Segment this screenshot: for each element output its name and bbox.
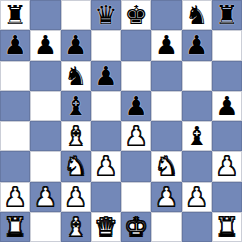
square-g5[interactable] (182, 91, 212, 121)
square-h7[interactable] (212, 30, 242, 60)
piece-black-pawn: ♟ (155, 32, 178, 58)
piece-white-bishop: ♝ (64, 214, 87, 240)
square-b6[interactable] (30, 61, 60, 91)
piece-black-pawn: ♟ (64, 32, 87, 58)
square-a3[interactable] (0, 151, 30, 181)
piece-black-queen: ♛ (94, 2, 117, 28)
piece-white-king: ♚ (124, 214, 147, 240)
square-h8[interactable]: ♜ (212, 0, 242, 30)
square-e5[interactable]: ♟ (121, 91, 151, 121)
square-e2[interactable] (121, 182, 151, 212)
square-g8[interactable]: ♞ (182, 0, 212, 30)
square-h3[interactable]: ♟ (212, 151, 242, 181)
square-b1[interactable] (30, 212, 60, 242)
square-g1[interactable] (182, 212, 212, 242)
square-f3[interactable]: ♞ (151, 151, 181, 181)
piece-white-pawn: ♟ (155, 184, 178, 210)
square-g6[interactable] (182, 61, 212, 91)
square-b4[interactable] (30, 121, 60, 151)
square-a7[interactable]: ♟ (0, 30, 30, 60)
square-e3[interactable] (121, 151, 151, 181)
square-b5[interactable] (30, 91, 60, 121)
square-e6[interactable] (121, 61, 151, 91)
square-c3[interactable]: ♞ (61, 151, 91, 181)
square-f4[interactable] (151, 121, 181, 151)
square-e4[interactable]: ♟ (121, 121, 151, 151)
piece-white-knight: ♞ (64, 153, 87, 179)
square-a1[interactable]: ♜ (0, 212, 30, 242)
square-h1[interactable]: ♜ (212, 212, 242, 242)
square-d5[interactable] (91, 91, 121, 121)
piece-white-pawn: ♟ (94, 153, 117, 179)
square-h6[interactable] (212, 61, 242, 91)
piece-white-rook: ♜ (3, 214, 26, 240)
square-e7[interactable] (121, 30, 151, 60)
square-h2[interactable] (212, 182, 242, 212)
square-b8[interactable] (30, 0, 60, 30)
square-c7[interactable]: ♟ (61, 30, 91, 60)
piece-black-rook: ♜ (3, 2, 26, 28)
square-d7[interactable] (91, 30, 121, 60)
square-a8[interactable]: ♜ (0, 0, 30, 30)
square-g4[interactable]: ♝ (182, 121, 212, 151)
square-g7[interactable]: ♟ (182, 30, 212, 60)
piece-black-bishop: ♝ (185, 123, 208, 149)
square-b2[interactable]: ♟ (30, 182, 60, 212)
piece-white-pawn: ♟ (3, 184, 26, 210)
piece-white-bishop: ♝ (64, 123, 87, 149)
square-c8[interactable] (61, 0, 91, 30)
piece-white-pawn: ♟ (64, 184, 87, 210)
square-c2[interactable]: ♟ (61, 182, 91, 212)
square-h5[interactable]: ♟ (212, 91, 242, 121)
piece-white-queen: ♛ (94, 214, 117, 240)
square-d6[interactable]: ♟ (91, 61, 121, 91)
piece-white-rook: ♜ (215, 214, 238, 240)
square-d8[interactable]: ♛ (91, 0, 121, 30)
square-g3[interactable] (182, 151, 212, 181)
piece-black-bishop: ♝ (64, 93, 87, 119)
square-e1[interactable]: ♚ (121, 212, 151, 242)
square-a6[interactable] (0, 61, 30, 91)
square-c6[interactable]: ♞ (61, 61, 91, 91)
square-f5[interactable] (151, 91, 181, 121)
square-a5[interactable] (0, 91, 30, 121)
square-a4[interactable] (0, 121, 30, 151)
square-c1[interactable]: ♝ (61, 212, 91, 242)
square-c4[interactable]: ♝ (61, 121, 91, 151)
piece-white-pawn: ♟ (124, 123, 147, 149)
piece-black-pawn: ♟ (94, 63, 117, 89)
piece-black-knight: ♞ (185, 2, 208, 28)
piece-black-knight: ♞ (64, 63, 87, 89)
piece-white-pawn: ♟ (34, 184, 57, 210)
piece-white-pawn: ♟ (215, 153, 238, 179)
square-b7[interactable]: ♟ (30, 30, 60, 60)
piece-black-rook: ♜ (215, 2, 238, 28)
square-d4[interactable] (91, 121, 121, 151)
square-a2[interactable]: ♟ (0, 182, 30, 212)
square-d2[interactable] (91, 182, 121, 212)
square-f7[interactable]: ♟ (151, 30, 181, 60)
piece-black-pawn: ♟ (124, 93, 147, 119)
square-f8[interactable] (151, 0, 181, 30)
piece-white-pawn: ♟ (185, 184, 208, 210)
piece-black-king: ♚ (124, 2, 147, 28)
square-h4[interactable] (212, 121, 242, 151)
square-f6[interactable] (151, 61, 181, 91)
square-d1[interactable]: ♛ (91, 212, 121, 242)
square-e8[interactable]: ♚ (121, 0, 151, 30)
piece-black-pawn: ♟ (34, 32, 57, 58)
square-b3[interactable] (30, 151, 60, 181)
square-c5[interactable]: ♝ (61, 91, 91, 121)
piece-black-pawn: ♟ (3, 32, 26, 58)
piece-black-pawn: ♟ (215, 93, 238, 119)
square-f1[interactable] (151, 212, 181, 242)
square-g2[interactable]: ♟ (182, 182, 212, 212)
chess-board: ♜♛♚♞♜♟♟♟♟♟♞♟♝♟♟♝♟♝♞♟♞♟♟♟♟♟♟♜♝♛♚♜ (0, 0, 242, 242)
square-f2[interactable]: ♟ (151, 182, 181, 212)
piece-white-knight: ♞ (155, 153, 178, 179)
square-d3[interactable]: ♟ (91, 151, 121, 181)
piece-black-pawn: ♟ (185, 32, 208, 58)
